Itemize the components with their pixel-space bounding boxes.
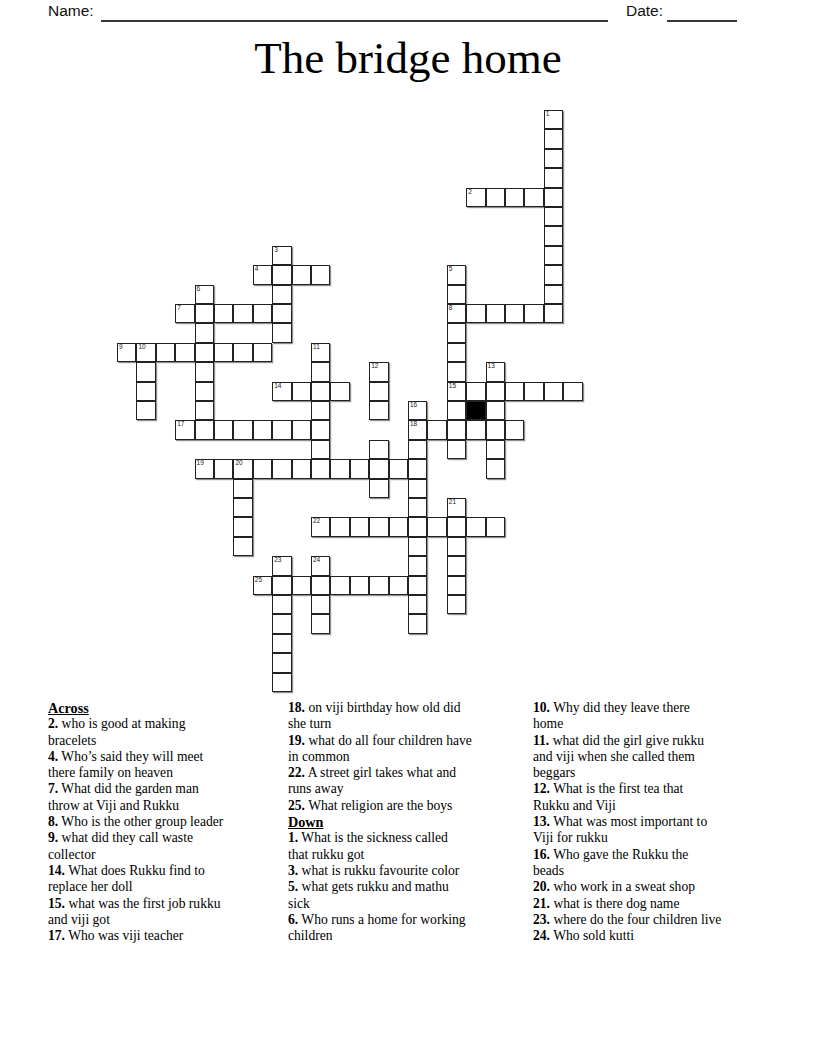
grid-cell[interactable] (544, 188, 563, 207)
grid-cell[interactable] (408, 498, 427, 517)
grid-cell[interactable] (408, 479, 427, 498)
grid-cell[interactable] (544, 285, 563, 304)
clue-number-label: 13. (533, 814, 550, 829)
clue-number-label: 23. (533, 912, 550, 927)
grid-cell[interactable] (272, 576, 291, 595)
clue-number: 11 (313, 343, 320, 351)
grid-cell[interactable] (350, 459, 369, 478)
grid-cell[interactable] (214, 459, 233, 478)
clue-number: 21 (449, 498, 456, 506)
clue-number-label: 25. (288, 798, 305, 813)
clue-down-6: 6. Who runs a home for working children (288, 912, 528, 945)
clue-number-label: 1. (288, 830, 298, 845)
grid-cell[interactable] (272, 323, 291, 342)
grid-cell[interactable] (544, 129, 563, 148)
grid-cell[interactable] (311, 459, 330, 478)
grid-cell[interactable] (466, 517, 485, 536)
grid-cell[interactable] (544, 168, 563, 187)
puzzle-title: The bridge home (0, 34, 816, 84)
grid-cell[interactable] (195, 382, 214, 401)
grid-cell[interactable]: 14 (272, 382, 291, 401)
grid-cell[interactable] (272, 673, 291, 692)
grid-cell[interactable] (505, 304, 524, 323)
clue-number-label: 22. (288, 765, 305, 780)
clue-across-9: 9. what did they call waste collector (48, 830, 278, 863)
clue-across-7: 7. What did the garden man throw at Viji… (48, 781, 278, 814)
clue-number: 25 (255, 576, 262, 584)
clue-number-label: 16. (533, 847, 550, 862)
grid-cell[interactable] (195, 343, 214, 362)
clue-number-label: 10. (533, 700, 550, 715)
clue-number: 14 (274, 382, 281, 390)
grid-cell[interactable] (544, 304, 563, 323)
down-heading: Down (288, 814, 528, 830)
clue-number: 23 (274, 556, 281, 564)
clue-number-label: 12. (533, 781, 550, 796)
grid-cell[interactable] (253, 304, 272, 323)
grid-cell[interactable] (369, 382, 388, 401)
grid-cell[interactable]: 22 (311, 517, 330, 536)
grid-cell[interactable] (272, 459, 291, 478)
grid-cell[interactable] (311, 265, 330, 284)
grid-cell[interactable] (311, 614, 330, 633)
clue-number-label: 19. (288, 733, 305, 748)
grid-cell[interactable] (272, 285, 291, 304)
grid-cell[interactable] (214, 343, 233, 362)
grid-cell[interactable] (175, 343, 194, 362)
clue-number-label: 8. (48, 814, 58, 829)
date-blank-line (667, 20, 737, 22)
grid-cell[interactable] (272, 614, 291, 633)
clue-number-label: 7. (48, 781, 58, 796)
clue-down-21: 21. what is there dog name (533, 896, 778, 912)
grid-cell[interactable]: 13 (486, 362, 505, 381)
clue-number: 5 (449, 265, 453, 273)
grid-cell[interactable] (195, 304, 214, 323)
clue-number: 20 (235, 459, 242, 467)
clue-across-18: 18. on viji birthday how old did she tur… (288, 700, 528, 733)
grid-cell[interactable] (292, 420, 311, 439)
grid-cell[interactable]: 25 (253, 576, 272, 595)
grid-cell[interactable] (233, 420, 252, 439)
clue-across-4: 4. Who’s said they will meet there famil… (48, 749, 278, 782)
grid-cell[interactable] (369, 401, 388, 420)
clue-down-16: 16. Who gave the Rukku the beads (533, 847, 778, 880)
grid-cell[interactable] (486, 517, 505, 536)
clue-down-1: 1. What is the sickness called that rukk… (288, 830, 528, 863)
clue-number: 8 (449, 304, 453, 312)
grid-cell[interactable] (272, 304, 291, 323)
grid-cell[interactable] (253, 343, 272, 362)
grid-cell[interactable] (486, 382, 505, 401)
grid-cell[interactable] (408, 459, 427, 478)
grid-cell[interactable] (156, 343, 175, 362)
clue-down-5: 5. what gets rukku and mathu sick (288, 879, 528, 912)
grid-cell[interactable] (292, 459, 311, 478)
name-blank-line (101, 20, 608, 22)
grid-cell[interactable] (253, 459, 272, 478)
grid-cell[interactable]: 23 (272, 556, 291, 575)
grid-cell[interactable] (214, 304, 233, 323)
grid-cell[interactable]: 15 (447, 382, 466, 401)
grid-cell[interactable]: 1 (544, 110, 563, 129)
clue-number: 10 (138, 343, 145, 351)
grid-cell[interactable] (408, 537, 427, 556)
grid-cell[interactable]: 2 (466, 188, 485, 207)
grid-cell[interactable] (427, 517, 446, 536)
grid-cell[interactable] (447, 285, 466, 304)
clue-column-3: 10. Why did they leave there home11. wha… (533, 700, 778, 944)
name-label: Name: (48, 2, 94, 20)
grid-cell[interactable] (466, 304, 485, 323)
clue-number: 16 (410, 401, 417, 409)
grid-cell[interactable] (195, 401, 214, 420)
grid-cell[interactable] (311, 440, 330, 459)
clue-number-label: 5. (288, 879, 298, 894)
clue-across-25: 25. What religion are the boys (288, 798, 528, 814)
grid-cell[interactable]: 20 (233, 459, 252, 478)
clue-number: 2 (468, 188, 472, 196)
clue-number: 19 (197, 459, 204, 467)
grid-cell[interactable]: 6 (195, 285, 214, 304)
grid-cell[interactable] (136, 382, 155, 401)
clue-across-15: 15. what was the first job rukku and vij… (48, 896, 278, 929)
grid-cell[interactable] (505, 420, 524, 439)
clue-number: 4 (255, 265, 259, 273)
grid-cell[interactable]: 8 (447, 304, 466, 323)
grid-cell[interactable] (233, 517, 252, 536)
grid-cell[interactable] (544, 265, 563, 284)
clue-down-12: 12. What is the first tea that Rukku and… (533, 781, 778, 814)
grid-cell[interactable]: 9 (117, 343, 136, 362)
grid-cell[interactable] (311, 420, 330, 439)
grid-cell[interactable] (447, 595, 466, 614)
grid-cell[interactable]: 19 (195, 459, 214, 478)
clue-number-label: 20. (533, 879, 550, 894)
grid-cell[interactable] (447, 420, 466, 439)
grid-cell[interactable] (369, 517, 388, 536)
grid-cell[interactable]: 10 (136, 343, 155, 362)
grid-cell[interactable] (505, 188, 524, 207)
grid-cell[interactable] (466, 420, 485, 439)
clue-down-10: 10. Why did they leave there home (533, 700, 778, 733)
grid-cell[interactable] (311, 401, 330, 420)
crossword-grid[interactable]: 1234567891011121314151617181920212223242… (117, 110, 584, 693)
grid-cell[interactable]: 12 (369, 362, 388, 381)
grid-cell[interactable] (330, 576, 349, 595)
grid-cell[interactable] (486, 420, 505, 439)
grid-cell[interactable]: 7 (175, 304, 194, 323)
clue-across-19: 19. what do all four children have in co… (288, 733, 528, 766)
grid-cell[interactable] (524, 188, 543, 207)
grid-cell[interactable] (369, 440, 388, 459)
grid-cell[interactable] (486, 440, 505, 459)
clue-number: 9 (119, 343, 123, 351)
grid-cell[interactable] (447, 323, 466, 342)
grid-cell[interactable] (253, 420, 272, 439)
worksheet-page: Name: Date: The bridge home 123456789101… (0, 0, 816, 1056)
grid-cell[interactable] (330, 517, 349, 536)
grid-cell[interactable] (408, 576, 427, 595)
date-label: Date: (626, 2, 663, 20)
grid-cell[interactable] (330, 459, 349, 478)
grid-cell[interactable]: 3 (272, 246, 291, 265)
grid-cell[interactable] (544, 226, 563, 245)
clue-number: 17 (177, 420, 184, 428)
grid-cell[interactable] (233, 498, 252, 517)
grid-cell[interactable] (408, 595, 427, 614)
clue-across-22: 22. A street girl takes what and runs aw… (288, 765, 528, 798)
grid-cell[interactable] (233, 343, 252, 362)
clue-across-14: 14. What does Rukku find to replace her … (48, 863, 278, 896)
grid-cell[interactable] (272, 265, 291, 284)
grid-cell[interactable] (233, 537, 252, 556)
clue-number-label: 6. (288, 912, 298, 927)
grid-cell[interactable] (427, 420, 446, 439)
clue-down-11: 11. what did the girl give rukku and vij… (533, 733, 778, 782)
grid-cell[interactable] (292, 265, 311, 284)
grid-cell[interactable] (214, 420, 233, 439)
grid-cell[interactable] (447, 343, 466, 362)
clue-number-label: 14. (48, 863, 65, 878)
grid-cell[interactable] (447, 401, 466, 420)
clue-column-1: Across2. who is good at making bracelets… (48, 700, 278, 944)
clue-number-label: 2. (48, 716, 58, 731)
grid-cell[interactable] (447, 556, 466, 575)
grid-cell[interactable] (544, 246, 563, 265)
clue-number: 1 (546, 110, 550, 118)
grid-cell[interactable] (408, 614, 427, 633)
grid-cell[interactable] (292, 382, 311, 401)
grid-cell[interactable] (350, 576, 369, 595)
clue-number-label: 11. (533, 733, 549, 748)
grid-cell[interactable]: 4 (253, 265, 272, 284)
grid-cell[interactable]: 17 (175, 420, 194, 439)
clue-number-label: 3. (288, 863, 298, 878)
grid-cell[interactable] (389, 517, 408, 536)
grid-cell[interactable] (311, 382, 330, 401)
clue-number: 7 (177, 304, 181, 312)
grid-cell[interactable] (195, 323, 214, 342)
grid-cell[interactable] (369, 459, 388, 478)
grid-cell[interactable] (544, 149, 563, 168)
grid-cell[interactable] (408, 517, 427, 536)
grid-cell[interactable] (447, 537, 466, 556)
grid-cell[interactable] (272, 420, 291, 439)
clue-number-label: 24. (533, 928, 550, 943)
clue-number: 15 (449, 382, 456, 390)
grid-cell[interactable] (389, 459, 408, 478)
clue-number-label: 15. (48, 896, 65, 911)
grid-cell[interactable] (330, 382, 349, 401)
clue-number-label: 9. (48, 830, 58, 845)
grid-cell[interactable] (195, 420, 214, 439)
clue-across-17: 17. Who was viji teacher (48, 928, 278, 944)
grid-cell[interactable] (272, 653, 291, 672)
grid-cell[interactable] (544, 382, 563, 401)
grid-cell[interactable] (272, 634, 291, 653)
clue-down-3: 3. what is rukku favourite color (288, 863, 528, 879)
grid-cell[interactable] (350, 517, 369, 536)
clue-down-24: 24. Who sold kutti (533, 928, 778, 944)
clue-number: 22 (313, 517, 320, 525)
grid-cell[interactable]: 18 (408, 420, 427, 439)
clue-number: 24 (313, 556, 320, 564)
clue-number: 6 (197, 285, 201, 293)
grid-cell[interactable] (486, 459, 505, 478)
grid-cell[interactable] (136, 362, 155, 381)
grid-cell[interactable] (311, 576, 330, 595)
grid-cell[interactable] (272, 595, 291, 614)
grid-cell[interactable] (524, 382, 543, 401)
grid-cell[interactable] (233, 304, 252, 323)
grid-cell[interactable]: 11 (311, 343, 330, 362)
grid-cell[interactable] (447, 440, 466, 459)
grid-cell[interactable] (408, 556, 427, 575)
grid-cell[interactable] (486, 401, 505, 420)
grid-cell[interactable] (447, 362, 466, 381)
grid-cell[interactable] (486, 188, 505, 207)
grid-cell[interactable] (544, 207, 563, 226)
grid-cell[interactable] (447, 576, 466, 595)
black-cell (466, 401, 485, 420)
grid-cell[interactable] (524, 304, 543, 323)
grid-cell[interactable] (389, 576, 408, 595)
clue-down-23: 23. where do the four children live (533, 912, 778, 928)
clue-number: 12 (371, 362, 378, 370)
grid-cell[interactable] (311, 362, 330, 381)
grid-cell[interactable] (195, 362, 214, 381)
grid-cell[interactable] (447, 517, 466, 536)
clue-number-label: 4. (48, 749, 58, 764)
grid-cell[interactable] (369, 576, 388, 595)
grid-cell[interactable] (369, 479, 388, 498)
grid-cell[interactable]: 5 (447, 265, 466, 284)
grid-cell[interactable]: 16 (408, 401, 427, 420)
clue-number-label: 17. (48, 928, 65, 943)
grid-cell[interactable]: 21 (447, 498, 466, 517)
clue-number: 13 (488, 362, 495, 370)
clue-number-label: 21. (533, 896, 550, 911)
across-heading: Across (48, 700, 278, 716)
clue-number: 18 (410, 420, 417, 428)
clue-column-2: 18. on viji birthday how old did she tur… (288, 700, 528, 944)
clue-down-20: 20. who work in a sweat shop (533, 879, 778, 895)
grid-cell[interactable] (486, 304, 505, 323)
clue-number-label: 18. (288, 700, 305, 715)
grid-cell[interactable] (466, 382, 485, 401)
grid-cell[interactable] (408, 440, 427, 459)
grid-cell[interactable]: 24 (311, 556, 330, 575)
grid-cell[interactable] (136, 401, 155, 420)
grid-cell[interactable] (505, 382, 524, 401)
grid-cell[interactable] (292, 576, 311, 595)
grid-cell[interactable] (563, 382, 582, 401)
clue-down-13: 13. What was most important to Viji for … (533, 814, 778, 847)
grid-cell[interactable] (233, 479, 252, 498)
grid-cell[interactable] (311, 595, 330, 614)
clue-across-8: 8. Who is the other group leader (48, 814, 278, 830)
clue-number: 3 (274, 246, 278, 254)
clue-across-2: 2. who is good at making bracelets (48, 716, 278, 749)
